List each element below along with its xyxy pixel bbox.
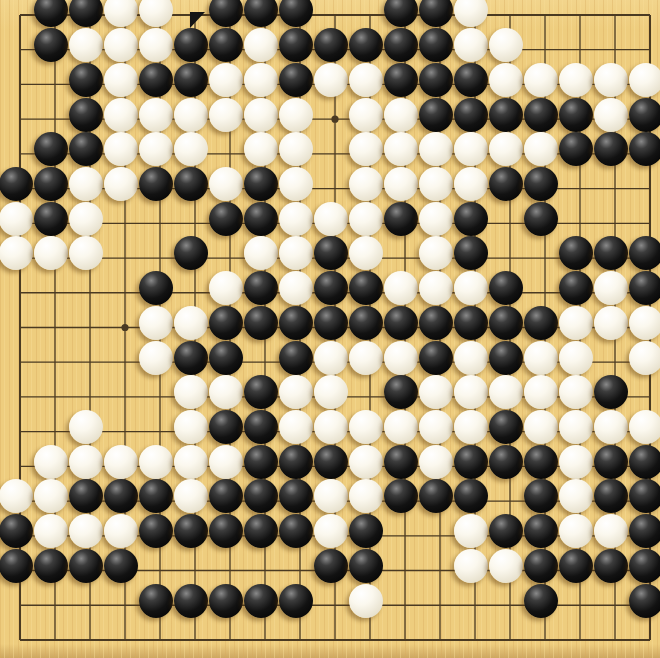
intersection[interactable]: [0, 167, 33, 202]
intersection[interactable]: [103, 375, 138, 410]
intersection[interactable]: [453, 549, 488, 584]
white-stone[interactable]: [0, 236, 33, 270]
intersection[interactable]: [523, 340, 558, 375]
intersection[interactable]: [523, 201, 558, 236]
intersection[interactable]: [103, 549, 138, 584]
intersection[interactable]: [418, 444, 453, 479]
intersection[interactable]: [453, 514, 488, 549]
intersection[interactable]: [243, 444, 278, 479]
intersection[interactable]: [418, 479, 453, 514]
intersection[interactable]: [68, 28, 103, 63]
white-stone[interactable]: [174, 306, 208, 340]
white-stone[interactable]: [209, 167, 243, 201]
intersection[interactable]: [313, 583, 348, 618]
intersection[interactable]: [313, 167, 348, 202]
black-stone[interactable]: [454, 479, 488, 513]
intersection[interactable]: [278, 340, 313, 375]
intersection[interactable]: [33, 340, 68, 375]
intersection[interactable]: [0, 97, 33, 132]
intersection[interactable]: [453, 375, 488, 410]
white-stone[interactable]: [0, 479, 33, 513]
intersection[interactable]: [558, 62, 593, 97]
black-stone[interactable]: [559, 271, 593, 305]
intersection[interactable]: [68, 62, 103, 97]
intersection[interactable]: [173, 97, 208, 132]
intersection[interactable]: [68, 479, 103, 514]
black-stone[interactable]: [244, 410, 278, 444]
black-stone[interactable]: [489, 410, 523, 444]
white-stone[interactable]: [279, 410, 313, 444]
white-stone[interactable]: [349, 341, 383, 375]
intersection[interactable]: [0, 201, 33, 236]
intersection[interactable]: [208, 132, 243, 167]
intersection[interactable]: [278, 28, 313, 63]
intersection[interactable]: [103, 62, 138, 97]
intersection[interactable]: [33, 236, 68, 271]
intersection[interactable]: [628, 132, 660, 167]
intersection[interactable]: [173, 28, 208, 63]
intersection[interactable]: [523, 410, 558, 445]
intersection[interactable]: [313, 28, 348, 63]
black-stone[interactable]: [524, 514, 558, 548]
intersection[interactable]: [348, 62, 383, 97]
intersection[interactable]: [173, 271, 208, 306]
white-stone[interactable]: [104, 167, 138, 201]
intersection[interactable]: [68, 549, 103, 584]
intersection[interactable]: [138, 410, 173, 445]
white-stone[interactable]: [419, 167, 453, 201]
intersection[interactable]: [418, 167, 453, 202]
black-stone[interactable]: [524, 584, 558, 618]
white-stone[interactable]: [69, 410, 103, 444]
intersection[interactable]: [628, 479, 660, 514]
black-stone[interactable]: [244, 0, 278, 27]
intersection[interactable]: [278, 132, 313, 167]
intersection[interactable]: [33, 514, 68, 549]
intersection[interactable]: [278, 444, 313, 479]
intersection[interactable]: [383, 236, 418, 271]
intersection[interactable]: [0, 132, 33, 167]
black-stone[interactable]: [104, 479, 138, 513]
white-stone[interactable]: [559, 410, 593, 444]
intersection[interactable]: [103, 28, 138, 63]
intersection[interactable]: [628, 236, 660, 271]
intersection[interactable]: [208, 271, 243, 306]
intersection[interactable]: [593, 167, 628, 202]
white-stone[interactable]: [454, 271, 488, 305]
white-stone[interactable]: [139, 0, 173, 27]
white-stone[interactable]: [419, 202, 453, 236]
intersection[interactable]: [103, 618, 138, 653]
intersection[interactable]: [33, 97, 68, 132]
intersection[interactable]: [628, 410, 660, 445]
intersection[interactable]: [523, 305, 558, 340]
intersection[interactable]: [138, 167, 173, 202]
intersection[interactable]: [628, 340, 660, 375]
intersection[interactable]: [628, 167, 660, 202]
black-stone[interactable]: [174, 167, 208, 201]
black-stone[interactable]: [629, 271, 660, 305]
white-stone[interactable]: [594, 63, 628, 97]
intersection[interactable]: [68, 514, 103, 549]
intersection[interactable]: [243, 97, 278, 132]
intersection[interactable]: [348, 583, 383, 618]
intersection[interactable]: [348, 479, 383, 514]
white-stone[interactable]: [104, 63, 138, 97]
intersection[interactable]: [173, 444, 208, 479]
intersection[interactable]: [68, 410, 103, 445]
white-stone[interactable]: [629, 63, 660, 97]
intersection[interactable]: [208, 375, 243, 410]
intersection[interactable]: [208, 583, 243, 618]
intersection[interactable]: [243, 340, 278, 375]
intersection[interactable]: [383, 479, 418, 514]
intersection[interactable]: [488, 62, 523, 97]
intersection[interactable]: [68, 97, 103, 132]
intersection[interactable]: [243, 271, 278, 306]
intersection[interactable]: [558, 410, 593, 445]
black-stone[interactable]: [384, 28, 418, 62]
intersection[interactable]: [278, 549, 313, 584]
intersection[interactable]: [488, 514, 523, 549]
white-stone[interactable]: [419, 375, 453, 409]
white-stone[interactable]: [174, 479, 208, 513]
intersection[interactable]: [488, 167, 523, 202]
black-stone[interactable]: [244, 167, 278, 201]
white-stone[interactable]: [384, 341, 418, 375]
intersection[interactable]: [278, 236, 313, 271]
intersection[interactable]: [348, 305, 383, 340]
intersection[interactable]: [418, 618, 453, 653]
black-stone[interactable]: [314, 271, 348, 305]
white-stone[interactable]: [174, 445, 208, 479]
black-stone[interactable]: [524, 98, 558, 132]
white-stone[interactable]: [139, 306, 173, 340]
intersection[interactable]: [208, 410, 243, 445]
white-stone[interactable]: [594, 306, 628, 340]
intersection[interactable]: [523, 444, 558, 479]
intersection[interactable]: [523, 236, 558, 271]
intersection[interactable]: [488, 271, 523, 306]
intersection[interactable]: [278, 0, 313, 28]
intersection[interactable]: [593, 97, 628, 132]
intersection[interactable]: [103, 97, 138, 132]
intersection[interactable]: [208, 201, 243, 236]
intersection[interactable]: [243, 479, 278, 514]
black-stone[interactable]: [594, 479, 628, 513]
intersection[interactable]: [103, 410, 138, 445]
intersection[interactable]: [418, 62, 453, 97]
black-stone[interactable]: [244, 584, 278, 618]
white-stone[interactable]: [349, 202, 383, 236]
black-stone[interactable]: [0, 167, 33, 201]
black-stone[interactable]: [489, 306, 523, 340]
white-stone[interactable]: [384, 271, 418, 305]
intersection[interactable]: [208, 28, 243, 63]
intersection[interactable]: [103, 0, 138, 28]
white-stone[interactable]: [419, 132, 453, 166]
white-stone[interactable]: [244, 236, 278, 270]
black-stone[interactable]: [454, 63, 488, 97]
intersection[interactable]: [173, 549, 208, 584]
black-stone[interactable]: [244, 306, 278, 340]
intersection[interactable]: [243, 201, 278, 236]
black-stone[interactable]: [489, 341, 523, 375]
intersection[interactable]: [278, 583, 313, 618]
white-stone[interactable]: [349, 98, 383, 132]
white-stone[interactable]: [524, 341, 558, 375]
white-stone[interactable]: [34, 236, 68, 270]
intersection[interactable]: [523, 479, 558, 514]
black-stone[interactable]: [279, 0, 313, 27]
intersection[interactable]: [348, 0, 383, 28]
black-stone[interactable]: [244, 271, 278, 305]
black-stone[interactable]: [139, 167, 173, 201]
intersection[interactable]: [313, 375, 348, 410]
black-stone[interactable]: [594, 375, 628, 409]
intersection[interactable]: [453, 479, 488, 514]
white-stone[interactable]: [419, 236, 453, 270]
intersection[interactable]: [68, 340, 103, 375]
intersection[interactable]: [243, 375, 278, 410]
intersection[interactable]: [628, 514, 660, 549]
white-stone[interactable]: [349, 584, 383, 618]
intersection[interactable]: [0, 28, 33, 63]
white-stone[interactable]: [489, 132, 523, 166]
intersection[interactable]: [33, 410, 68, 445]
black-stone[interactable]: [279, 479, 313, 513]
intersection[interactable]: [68, 236, 103, 271]
intersection[interactable]: [453, 410, 488, 445]
intersection[interactable]: [383, 305, 418, 340]
intersection[interactable]: [418, 201, 453, 236]
intersection[interactable]: [593, 375, 628, 410]
intersection[interactable]: [418, 410, 453, 445]
black-stone[interactable]: [279, 514, 313, 548]
black-stone[interactable]: [139, 479, 173, 513]
black-stone[interactable]: [559, 98, 593, 132]
intersection[interactable]: [348, 271, 383, 306]
intersection[interactable]: [383, 549, 418, 584]
black-stone[interactable]: [209, 28, 243, 62]
white-stone[interactable]: [104, 0, 138, 27]
white-stone[interactable]: [489, 549, 523, 583]
black-stone[interactable]: [489, 445, 523, 479]
black-stone[interactable]: [454, 236, 488, 270]
white-stone[interactable]: [629, 410, 660, 444]
intersection[interactable]: [383, 28, 418, 63]
intersection[interactable]: [0, 305, 33, 340]
black-stone[interactable]: [629, 445, 660, 479]
intersection[interactable]: [208, 236, 243, 271]
white-stone[interactable]: [209, 375, 243, 409]
intersection[interactable]: [558, 201, 593, 236]
white-stone[interactable]: [384, 410, 418, 444]
black-stone[interactable]: [209, 341, 243, 375]
black-stone[interactable]: [629, 549, 660, 583]
white-stone[interactable]: [349, 132, 383, 166]
intersection[interactable]: [348, 444, 383, 479]
intersection[interactable]: [173, 167, 208, 202]
black-stone[interactable]: [104, 549, 138, 583]
black-stone[interactable]: [174, 28, 208, 62]
white-stone[interactable]: [524, 132, 558, 166]
intersection[interactable]: [138, 340, 173, 375]
intersection[interactable]: [173, 618, 208, 653]
intersection[interactable]: [103, 167, 138, 202]
white-stone[interactable]: [69, 514, 103, 548]
white-stone[interactable]: [349, 479, 383, 513]
intersection[interactable]: [313, 0, 348, 28]
intersection[interactable]: [173, 62, 208, 97]
intersection[interactable]: [418, 305, 453, 340]
white-stone[interactable]: [34, 445, 68, 479]
black-stone[interactable]: [174, 236, 208, 270]
intersection[interactable]: [523, 549, 558, 584]
black-stone[interactable]: [384, 202, 418, 236]
black-stone[interactable]: [314, 236, 348, 270]
black-stone[interactable]: [489, 514, 523, 548]
intersection[interactable]: [0, 583, 33, 618]
intersection[interactable]: [418, 549, 453, 584]
intersection[interactable]: [348, 340, 383, 375]
intersection[interactable]: [418, 97, 453, 132]
intersection[interactable]: [628, 444, 660, 479]
white-stone[interactable]: [384, 98, 418, 132]
black-stone[interactable]: [629, 98, 660, 132]
intersection[interactable]: [313, 410, 348, 445]
intersection[interactable]: [488, 340, 523, 375]
intersection[interactable]: [103, 583, 138, 618]
white-stone[interactable]: [139, 445, 173, 479]
intersection[interactable]: [418, 340, 453, 375]
intersection[interactable]: [138, 514, 173, 549]
intersection[interactable]: [488, 444, 523, 479]
black-stone[interactable]: [384, 445, 418, 479]
intersection[interactable]: [558, 618, 593, 653]
intersection[interactable]: [383, 62, 418, 97]
intersection[interactable]: [173, 305, 208, 340]
black-stone[interactable]: [454, 306, 488, 340]
intersection[interactable]: [348, 132, 383, 167]
black-stone[interactable]: [419, 479, 453, 513]
white-stone[interactable]: [489, 375, 523, 409]
intersection[interactable]: [313, 62, 348, 97]
white-stone[interactable]: [104, 98, 138, 132]
intersection[interactable]: [453, 97, 488, 132]
intersection[interactable]: [68, 201, 103, 236]
intersection[interactable]: [488, 375, 523, 410]
intersection[interactable]: [173, 583, 208, 618]
white-stone[interactable]: [524, 410, 558, 444]
intersection[interactable]: [243, 236, 278, 271]
intersection[interactable]: [68, 305, 103, 340]
black-stone[interactable]: [314, 306, 348, 340]
intersection[interactable]: [593, 514, 628, 549]
intersection[interactable]: [313, 236, 348, 271]
intersection[interactable]: [383, 410, 418, 445]
intersection[interactable]: [523, 514, 558, 549]
white-stone[interactable]: [244, 63, 278, 97]
white-stone[interactable]: [69, 236, 103, 270]
black-stone[interactable]: [139, 584, 173, 618]
black-stone[interactable]: [594, 549, 628, 583]
white-stone[interactable]: [139, 28, 173, 62]
intersection[interactable]: [243, 0, 278, 28]
intersection[interactable]: [383, 444, 418, 479]
black-stone[interactable]: [139, 271, 173, 305]
intersection[interactable]: [488, 549, 523, 584]
intersection[interactable]: [278, 271, 313, 306]
intersection[interactable]: [418, 514, 453, 549]
intersection[interactable]: [68, 375, 103, 410]
white-stone[interactable]: [209, 98, 243, 132]
intersection[interactable]: [558, 236, 593, 271]
white-stone[interactable]: [209, 271, 243, 305]
intersection[interactable]: [173, 201, 208, 236]
intersection[interactable]: [33, 479, 68, 514]
intersection[interactable]: [593, 479, 628, 514]
black-stone[interactable]: [419, 0, 453, 27]
black-stone[interactable]: [69, 98, 103, 132]
intersection[interactable]: [313, 271, 348, 306]
intersection[interactable]: [523, 0, 558, 28]
intersection[interactable]: [208, 618, 243, 653]
black-stone[interactable]: [209, 584, 243, 618]
black-stone[interactable]: [524, 479, 558, 513]
intersection[interactable]: [0, 375, 33, 410]
intersection[interactable]: [0, 340, 33, 375]
black-stone[interactable]: [279, 63, 313, 97]
white-stone[interactable]: [314, 375, 348, 409]
intersection[interactable]: [33, 167, 68, 202]
white-stone[interactable]: [104, 514, 138, 548]
intersection[interactable]: [103, 444, 138, 479]
intersection[interactable]: [208, 97, 243, 132]
white-stone[interactable]: [489, 28, 523, 62]
intersection[interactable]: [383, 201, 418, 236]
intersection[interactable]: [523, 167, 558, 202]
white-stone[interactable]: [314, 63, 348, 97]
black-stone[interactable]: [279, 306, 313, 340]
intersection[interactable]: [348, 97, 383, 132]
black-stone[interactable]: [454, 98, 488, 132]
intersection[interactable]: [33, 132, 68, 167]
black-stone[interactable]: [524, 445, 558, 479]
black-stone[interactable]: [349, 306, 383, 340]
white-stone[interactable]: [594, 514, 628, 548]
intersection[interactable]: [0, 618, 33, 653]
intersection[interactable]: [558, 340, 593, 375]
intersection[interactable]: [313, 514, 348, 549]
white-stone[interactable]: [454, 132, 488, 166]
intersection[interactable]: [173, 340, 208, 375]
intersection[interactable]: [103, 479, 138, 514]
intersection[interactable]: [453, 62, 488, 97]
intersection[interactable]: [173, 479, 208, 514]
intersection[interactable]: [383, 514, 418, 549]
intersection[interactable]: [278, 201, 313, 236]
intersection[interactable]: [0, 0, 33, 28]
intersection[interactable]: [488, 479, 523, 514]
intersection[interactable]: [33, 444, 68, 479]
black-stone[interactable]: [629, 479, 660, 513]
white-stone[interactable]: [69, 167, 103, 201]
intersection[interactable]: [33, 201, 68, 236]
black-stone[interactable]: [209, 202, 243, 236]
intersection[interactable]: [593, 201, 628, 236]
intersection[interactable]: [138, 444, 173, 479]
